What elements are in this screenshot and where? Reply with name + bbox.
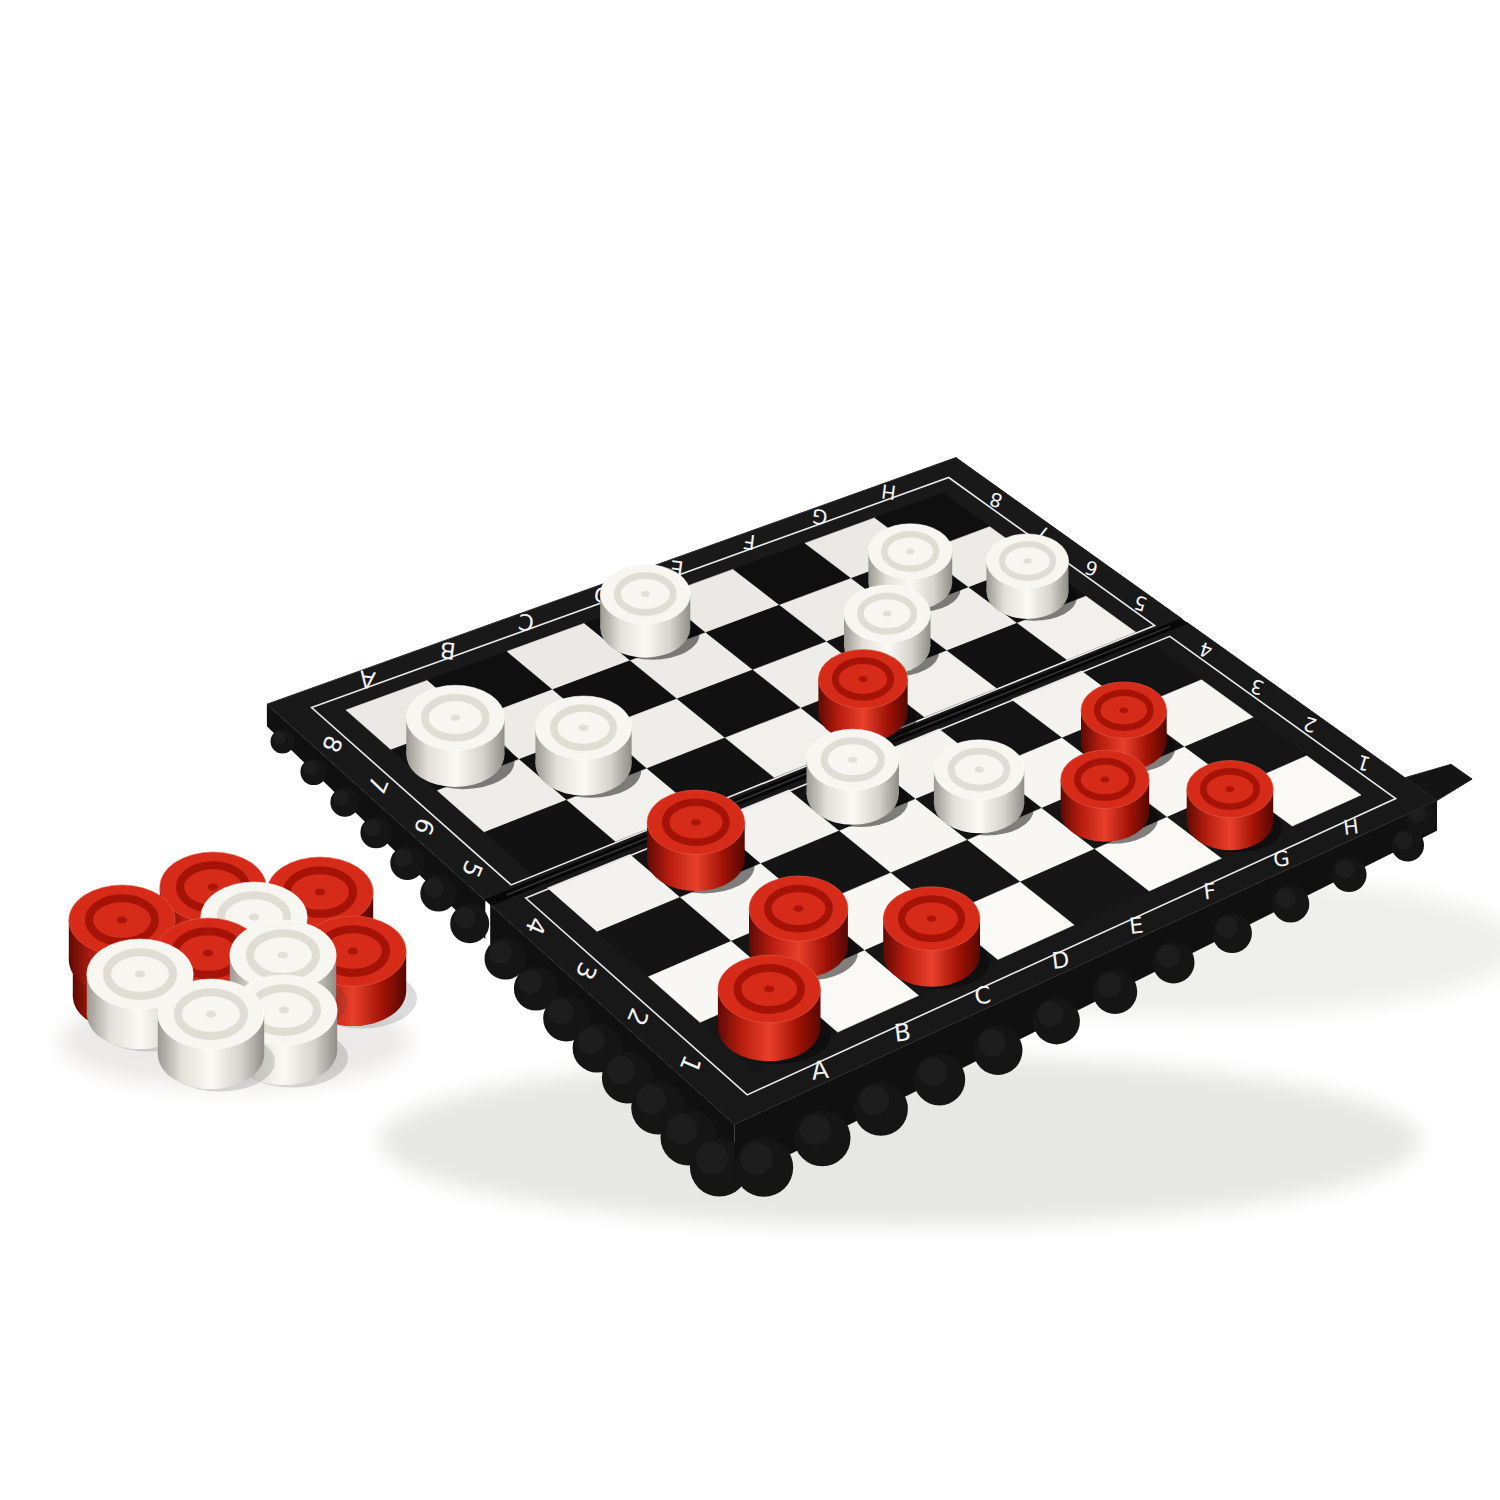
piece-red-g1[interactable] [1187,761,1282,853]
piece-white-d4[interactable] [807,729,909,827]
piece-white-h6[interactable] [986,534,1076,621]
piece-white-e3[interactable] [934,740,1034,836]
label-H: H [880,479,897,504]
label-G: G [811,504,829,530]
product-photo-checkers-set: checkers (draughts) — folding magnetic t… [40,16,1460,1484]
piece-red-b4[interactable] [647,790,754,893]
label-A: A [358,665,377,695]
piece-white-d8[interactable] [600,564,699,659]
scene-svg: AABBCCDDEEFFGGHH8877665544332211 [40,16,1500,1500]
label-D: D [1050,946,1071,974]
label-F: F [742,529,757,554]
label-C: C [517,609,536,637]
label-H: H [1342,814,1360,840]
piece-red-c1[interactable] [883,887,990,989]
piece-white-b6[interactable] [535,696,641,798]
piece-red-e5[interactable] [818,650,916,744]
label-B: B [893,1018,913,1048]
label-A: A [810,1055,830,1086]
piece-red-a1[interactable] [718,955,831,1064]
piece-white-a7[interactable] [406,685,514,789]
label-G: G [1272,846,1291,872]
label-C: C [973,981,993,1011]
piece-red-f2[interactable] [1061,750,1158,844]
label-B: B [438,637,457,665]
